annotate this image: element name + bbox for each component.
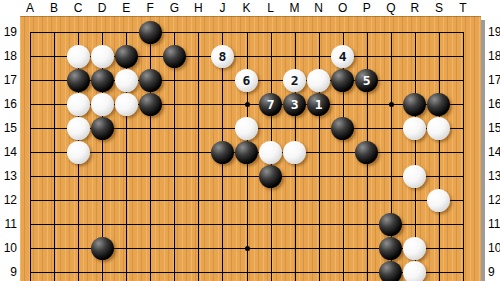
row-label-right-11: 11 (488, 217, 500, 231)
move-number-label: 5 (363, 74, 371, 87)
star-point-k10 (245, 246, 250, 251)
black-stone-o17[interactable] (331, 69, 354, 92)
column-label-q: Q (379, 1, 403, 15)
star-point-q16 (389, 102, 394, 107)
white-stone-o18[interactable]: 4 (331, 45, 354, 68)
column-label-o: O (331, 1, 355, 15)
black-stone-p14[interactable] (355, 141, 378, 164)
row-label-right-15: 15 (488, 121, 500, 135)
column-label-e: E (114, 1, 138, 15)
black-stone-d10[interactable] (91, 237, 114, 260)
black-stone-k14[interactable] (235, 141, 258, 164)
move-number-label: 7 (267, 98, 275, 111)
white-stone-r13[interactable] (403, 165, 426, 188)
black-stone-n16[interactable]: 1 (307, 93, 330, 116)
black-stone-p17[interactable]: 5 (355, 69, 378, 92)
column-label-a: A (18, 1, 42, 15)
grid-line-horizontal-13 (30, 176, 464, 177)
move-number-label: 3 (291, 98, 299, 111)
white-stone-c14[interactable] (67, 141, 90, 164)
column-label-s: S (427, 1, 451, 15)
row-label-right-13: 13 (488, 169, 500, 183)
row-label-left-15: 15 (0, 121, 17, 135)
grid-line-vertical-g (174, 32, 175, 281)
black-stone-g18[interactable] (163, 45, 186, 68)
column-label-j: J (210, 1, 234, 15)
column-label-p: P (355, 1, 379, 15)
white-stone-s15[interactable] (427, 117, 450, 140)
white-stone-e16[interactable] (115, 93, 138, 116)
row-label-right-10: 10 (488, 241, 500, 255)
move-number-label: 1 (315, 98, 323, 111)
column-label-g: G (162, 1, 186, 15)
white-stone-m17[interactable]: 2 (283, 69, 306, 92)
white-stone-r15[interactable] (403, 117, 426, 140)
black-stone-s16[interactable] (427, 93, 450, 116)
row-label-left-14: 14 (0, 145, 17, 159)
move-number-label: 4 (339, 50, 347, 63)
column-label-n: N (307, 1, 331, 15)
white-stone-m14[interactable] (283, 141, 306, 164)
grid-line-vertical-b (54, 32, 55, 281)
row-label-right-19: 19 (488, 25, 500, 39)
go-app-board-view: ABCDEFGHJKLMNOPQRST191918181717161615151… (0, 0, 500, 281)
black-stone-o15[interactable] (331, 117, 354, 140)
black-stone-e18[interactable] (115, 45, 138, 68)
grid-line-vertical-s (439, 32, 440, 281)
black-stone-d15[interactable] (91, 117, 114, 140)
white-stone-d16[interactable] (91, 93, 114, 116)
white-stone-r10[interactable] (403, 237, 426, 260)
white-stone-k17[interactable]: 6 (235, 69, 258, 92)
row-label-left-12: 12 (0, 193, 17, 207)
grid-line-vertical-a (30, 32, 31, 281)
grid-line-vertical-t (463, 32, 464, 281)
row-label-right-16: 16 (488, 97, 500, 111)
star-point-k16 (245, 102, 250, 107)
column-label-h: H (186, 1, 210, 15)
column-label-r: R (403, 1, 427, 15)
move-number-label: 6 (243, 74, 251, 87)
black-stone-f19[interactable] (139, 21, 162, 44)
white-stone-c16[interactable] (67, 93, 90, 116)
board-drop-shadow (481, 20, 485, 281)
move-number-label: 2 (291, 74, 299, 87)
grid-line-horizontal-19 (30, 32, 464, 33)
white-stone-n17[interactable] (307, 69, 330, 92)
black-stone-f16[interactable] (139, 93, 162, 116)
row-label-right-12: 12 (488, 193, 500, 207)
grid-line-horizontal-12 (30, 200, 464, 201)
move-number-label: 8 (219, 50, 227, 63)
white-stone-s12[interactable] (427, 189, 450, 212)
row-label-right-18: 18 (488, 49, 500, 63)
white-stone-c18[interactable] (67, 45, 90, 68)
column-label-f: F (138, 1, 162, 15)
row-label-left-10: 10 (0, 241, 17, 255)
row-label-right-17: 17 (488, 73, 500, 87)
column-label-l: L (259, 1, 283, 15)
row-label-left-11: 11 (0, 217, 17, 231)
row-label-left-9: 9 (0, 265, 17, 279)
black-stone-q10[interactable] (379, 237, 402, 260)
row-label-left-13: 13 (0, 169, 17, 183)
white-stone-d18[interactable] (91, 45, 114, 68)
row-label-left-17: 17 (0, 73, 17, 87)
white-stone-j18[interactable]: 8 (211, 45, 234, 68)
black-stone-f17[interactable] (139, 69, 162, 92)
grid-line-vertical-h (198, 32, 199, 281)
black-stone-r16[interactable] (403, 93, 426, 116)
column-label-t: T (451, 1, 475, 15)
row-label-right-14: 14 (488, 145, 500, 159)
black-stone-q11[interactable] (379, 213, 402, 236)
black-stone-m16[interactable]: 3 (283, 93, 306, 116)
white-stone-c15[interactable] (67, 117, 90, 140)
white-stone-e17[interactable] (115, 69, 138, 92)
black-stone-j14[interactable] (211, 141, 234, 164)
row-label-left-18: 18 (0, 49, 17, 63)
column-label-m: M (283, 1, 307, 15)
row-label-left-19: 19 (0, 25, 17, 39)
black-stone-d17[interactable] (91, 69, 114, 92)
black-stone-l16[interactable]: 7 (259, 93, 282, 116)
black-stone-c17[interactable] (67, 69, 90, 92)
row-label-left-16: 16 (0, 97, 17, 111)
white-stone-k15[interactable] (235, 117, 258, 140)
column-label-b: B (42, 1, 66, 15)
row-label-right-9: 9 (488, 265, 495, 279)
white-stone-l14[interactable] (259, 141, 282, 164)
column-label-c: C (66, 1, 90, 15)
column-label-d: D (90, 1, 114, 15)
column-label-k: K (235, 1, 259, 15)
black-stone-l13[interactable] (259, 165, 282, 188)
